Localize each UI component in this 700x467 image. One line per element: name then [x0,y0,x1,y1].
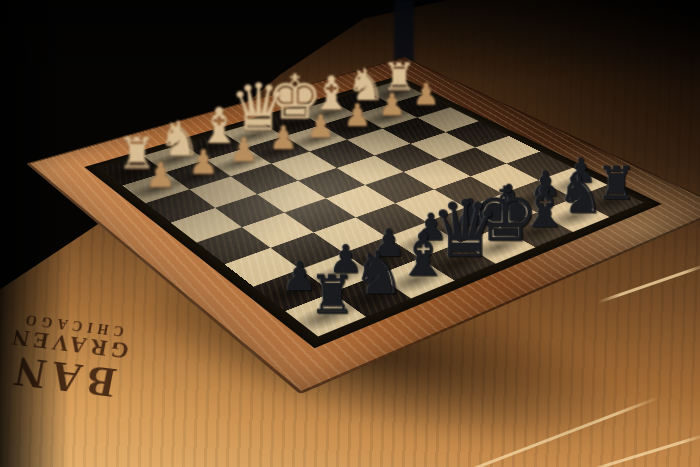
white-pawn-e2: ♟ [307,112,335,141]
white-pawn-a2: ♟ [146,160,177,192]
black-rook-a8: ♜ [309,271,356,320]
white-pawn-c2: ♟ [229,135,259,165]
black-knight-b8: ♞ [352,247,405,301]
white-pawn-f2: ♟ [343,101,371,130]
white-pawn-b2: ♟ [188,147,218,178]
square-a4 [170,208,241,243]
chess-photo-scene: BAN GRAVEN CHICAGO ♜♞♝♛♚♝♞♜♟♟♟♟♟♟♟♟♟♟♟♟♟… [0,0,700,467]
white-pawn-d2: ♟ [269,123,298,153]
white-pawn-g2: ♟ [379,91,406,119]
white-pawn-h2: ♟ [413,81,440,109]
